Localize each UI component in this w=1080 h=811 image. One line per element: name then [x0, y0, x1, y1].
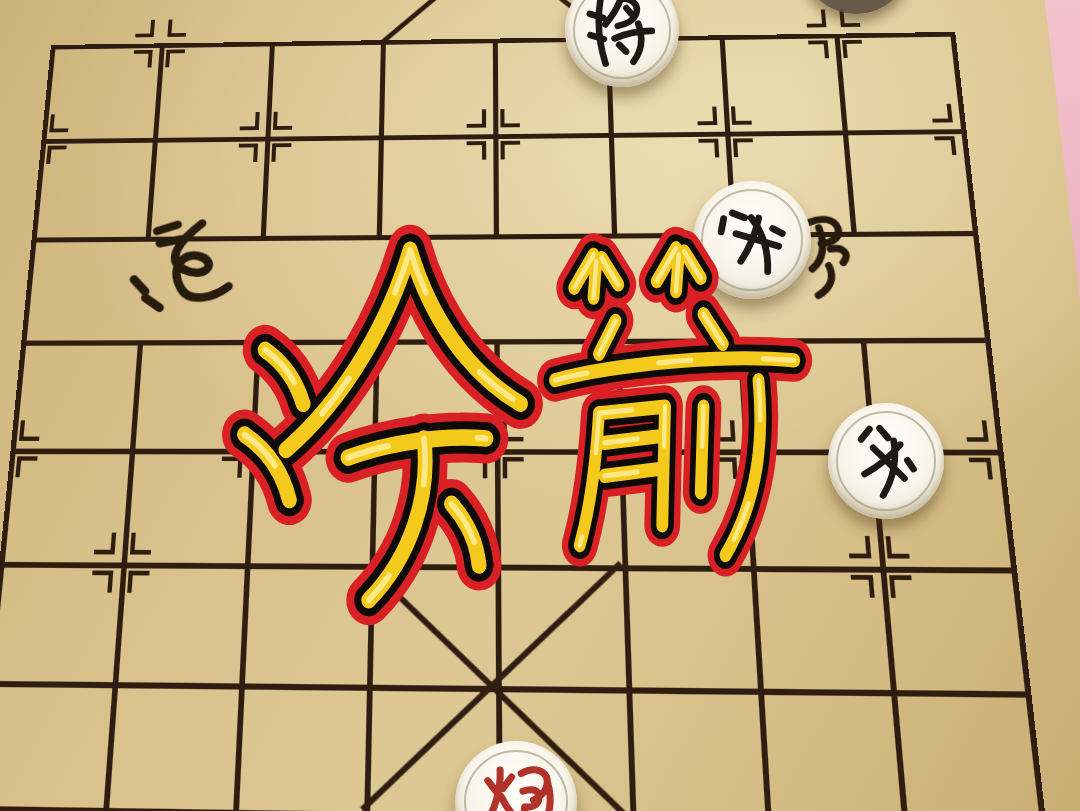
position-marker — [500, 109, 520, 127]
position-marker — [969, 458, 993, 480]
caption-overlay — [205, 205, 825, 635]
position-marker — [133, 50, 153, 68]
position-marker — [135, 20, 155, 38]
position-marker — [240, 112, 260, 130]
position-marker — [848, 536, 872, 559]
position-marker — [167, 19, 187, 37]
piece-glyph-將 — [578, 0, 666, 72]
board-cell — [0, 687, 118, 811]
position-marker — [127, 571, 150, 593]
board-cell — [632, 694, 772, 811]
board-cell — [897, 696, 1047, 811]
position-marker — [467, 141, 487, 160]
piece-glyph-卒 — [841, 414, 930, 503]
position-marker — [15, 456, 37, 477]
board-cell — [239, 690, 373, 811]
piece-black-soldier[interactable] — [828, 403, 944, 519]
piece-glyph-炮 — [472, 756, 560, 811]
position-marker — [889, 575, 913, 598]
board-photo: 冷箭 楚河漢界 9/9/5k3/9/6p2/9/7p1/9/9/4C4 — [0, 0, 1080, 811]
position-marker — [733, 138, 754, 157]
board-cell — [764, 695, 909, 811]
position-marker — [965, 420, 989, 441]
position-marker — [46, 146, 67, 164]
position-marker — [91, 570, 114, 592]
position-marker — [851, 575, 875, 598]
position-marker — [886, 536, 910, 559]
position-marker — [697, 107, 718, 126]
position-marker — [806, 10, 827, 28]
position-marker — [842, 40, 863, 58]
position-marker — [19, 420, 41, 441]
position-marker — [501, 141, 521, 160]
position-marker — [271, 143, 291, 162]
position-marker — [698, 139, 719, 158]
position-marker — [165, 49, 185, 67]
table-background — [970, 0, 1080, 300]
position-marker — [94, 533, 116, 555]
position-marker — [238, 144, 258, 163]
position-marker — [931, 104, 953, 123]
board-cell — [109, 688, 245, 811]
position-marker — [130, 533, 152, 555]
position-marker — [934, 136, 956, 155]
position-marker — [273, 112, 293, 130]
position-marker — [731, 106, 752, 125]
position-marker — [49, 114, 70, 132]
position-marker — [808, 40, 829, 58]
position-marker — [467, 109, 486, 127]
